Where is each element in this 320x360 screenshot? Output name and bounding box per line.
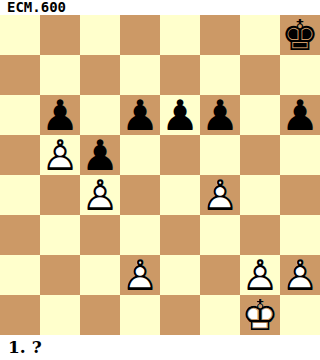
square-e6: ♟: [160, 95, 200, 135]
square-f2: [200, 255, 240, 295]
square-a7: [0, 55, 40, 95]
square-e5: [160, 135, 200, 175]
square-f4: ♟♙: [200, 175, 240, 215]
square-g7: [240, 55, 280, 95]
square-e7: [160, 55, 200, 95]
square-g3: [240, 215, 280, 255]
square-c8: [80, 15, 120, 55]
square-b6: ♟: [40, 95, 80, 135]
square-b1: [40, 295, 80, 335]
square-e8: [160, 15, 200, 55]
square-e3: [160, 215, 200, 255]
square-g2: ♟♙: [240, 255, 280, 295]
square-b7: [40, 55, 80, 95]
chess-board: ♚♟♟♟♟♟♟♙♟♟♙♟♙♟♙♟♙♟♙♚♔: [0, 15, 320, 335]
square-h5: [280, 135, 320, 175]
square-f6: ♟: [200, 95, 240, 135]
square-f3: [200, 215, 240, 255]
square-a4: [0, 175, 40, 215]
square-h8: ♚: [280, 15, 320, 55]
square-c6: [80, 95, 120, 135]
square-f1: [200, 295, 240, 335]
black-pawn-piece: ♟: [120, 95, 160, 135]
square-e1: [160, 295, 200, 335]
square-h3: [280, 215, 320, 255]
square-a3: [0, 215, 40, 255]
square-h2: ♟♙: [280, 255, 320, 295]
black-king-piece: ♚: [280, 15, 320, 55]
square-d8: [120, 15, 160, 55]
square-b2: [40, 255, 80, 295]
square-f8: [200, 15, 240, 55]
square-a2: [0, 255, 40, 295]
white-pawn-piece: ♟♙: [120, 255, 160, 295]
white-king-piece: ♚♔: [240, 295, 280, 335]
move-prompt: 1. ?: [8, 336, 42, 360]
white-pawn-piece: ♟♙: [80, 175, 120, 215]
square-b5: ♟♙: [40, 135, 80, 175]
diagram-title: ECM.600: [7, 0, 66, 15]
square-f5: [200, 135, 240, 175]
square-f7: [200, 55, 240, 95]
white-pawn-piece: ♟♙: [200, 175, 240, 215]
square-d3: [120, 215, 160, 255]
square-g5: [240, 135, 280, 175]
black-pawn-piece: ♟: [160, 95, 200, 135]
square-g6: [240, 95, 280, 135]
square-h6: ♟: [280, 95, 320, 135]
square-e2: [160, 255, 200, 295]
square-d4: [120, 175, 160, 215]
square-c7: [80, 55, 120, 95]
black-pawn-piece: ♟: [40, 95, 80, 135]
black-pawn-piece: ♟: [200, 95, 240, 135]
square-a8: [0, 15, 40, 55]
square-d2: ♟♙: [120, 255, 160, 295]
white-pawn-piece: ♟♙: [40, 135, 80, 175]
square-g8: [240, 15, 280, 55]
square-c5: ♟: [80, 135, 120, 175]
square-h4: [280, 175, 320, 215]
white-pawn-piece: ♟♙: [280, 255, 320, 295]
square-a5: [0, 135, 40, 175]
square-d1: [120, 295, 160, 335]
square-c2: [80, 255, 120, 295]
square-c4: ♟♙: [80, 175, 120, 215]
square-c3: [80, 215, 120, 255]
square-h1: [280, 295, 320, 335]
square-d7: [120, 55, 160, 95]
black-pawn-piece: ♟: [80, 135, 120, 175]
square-a6: [0, 95, 40, 135]
square-a1: [0, 295, 40, 335]
square-g1: ♚♔: [240, 295, 280, 335]
square-b8: [40, 15, 80, 55]
square-g4: [240, 175, 280, 215]
square-b4: [40, 175, 80, 215]
square-d6: ♟: [120, 95, 160, 135]
black-pawn-piece: ♟: [280, 95, 320, 135]
square-e4: [160, 175, 200, 215]
square-h7: [280, 55, 320, 95]
square-c1: [80, 295, 120, 335]
white-pawn-piece: ♟♙: [240, 255, 280, 295]
square-d5: [120, 135, 160, 175]
square-b3: [40, 215, 80, 255]
